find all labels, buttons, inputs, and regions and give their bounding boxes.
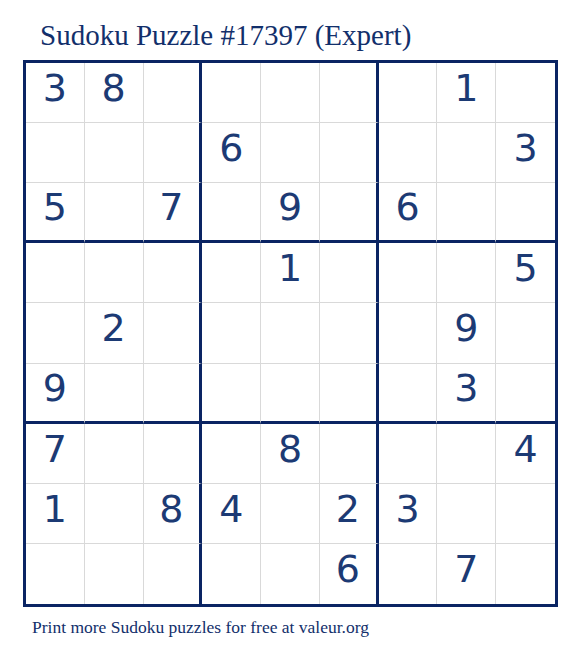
cell-r7c3 [144,424,203,484]
cell-r9c1 [26,544,85,604]
cell-r9c3 [144,544,203,604]
cell-r5c1 [26,303,85,363]
cell-r6c3 [144,364,203,424]
cell-r3c9 [496,183,555,243]
cell-r8c7: 3 [379,484,438,544]
sudoku-grid: 3816357961529937841842367 [23,60,558,607]
cell-r5c6 [320,303,379,363]
cell-r9c8: 7 [437,544,496,604]
cell-r8c5 [261,484,320,544]
cell-r1c1: 3 [26,63,85,123]
cell-r3c3: 7 [144,183,203,243]
page-title: Sudoku Puzzle #17397 (Expert) [40,20,411,52]
cell-r9c4 [202,544,261,604]
cell-r5c8: 9 [437,303,496,363]
footer-text: Print more Sudoku puzzles for free at va… [32,617,369,638]
cell-r3c8 [437,183,496,243]
cell-r1c3 [144,63,203,123]
cell-r1c5 [261,63,320,123]
cell-r1c2: 8 [85,63,144,123]
cell-r3c1: 5 [26,183,85,243]
cell-r4c2 [85,243,144,303]
cell-r5c7 [379,303,438,363]
cell-r2c7 [379,123,438,183]
cell-r8c9 [496,484,555,544]
cell-r6c1: 9 [26,364,85,424]
cell-r4c6 [320,243,379,303]
cell-r7c4 [202,424,261,484]
cell-r5c5 [261,303,320,363]
cell-r7c9: 4 [496,424,555,484]
cell-r9c5 [261,544,320,604]
cell-r1c6 [320,63,379,123]
cell-r1c8: 1 [437,63,496,123]
cell-r1c4 [202,63,261,123]
cell-r5c3 [144,303,203,363]
cell-r9c6: 6 [320,544,379,604]
cell-r7c7 [379,424,438,484]
cell-r7c6 [320,424,379,484]
cell-r1c9 [496,63,555,123]
cell-r4c7 [379,243,438,303]
cell-r5c9 [496,303,555,363]
cell-r5c2: 2 [85,303,144,363]
cell-r3c7: 6 [379,183,438,243]
cell-r1c7 [379,63,438,123]
cell-r6c6 [320,364,379,424]
cell-r8c6: 2 [320,484,379,544]
sudoku-page: Sudoku Puzzle #17397 (Expert) 3816357961… [0,0,580,651]
cell-r4c8 [437,243,496,303]
cell-r2c8 [437,123,496,183]
cell-r2c1 [26,123,85,183]
cell-r6c5 [261,364,320,424]
cell-r8c8 [437,484,496,544]
cell-r3c2 [85,183,144,243]
cell-r7c5: 8 [261,424,320,484]
cell-r4c4 [202,243,261,303]
cell-r3c6 [320,183,379,243]
cell-r9c9 [496,544,555,604]
cell-r6c7 [379,364,438,424]
cell-r9c7 [379,544,438,604]
cell-r6c4 [202,364,261,424]
cell-r2c4: 6 [202,123,261,183]
cell-r8c4: 4 [202,484,261,544]
cell-r4c1 [26,243,85,303]
cell-r4c5: 1 [261,243,320,303]
cell-r7c8 [437,424,496,484]
cell-r4c3 [144,243,203,303]
cell-r2c3 [144,123,203,183]
cell-r8c3: 8 [144,484,203,544]
cell-r2c6 [320,123,379,183]
cell-r6c8: 3 [437,364,496,424]
cell-r3c4 [202,183,261,243]
cell-r5c4 [202,303,261,363]
cell-r2c2 [85,123,144,183]
cell-r6c2 [85,364,144,424]
cell-r6c9 [496,364,555,424]
cell-r9c2 [85,544,144,604]
cell-r4c9: 5 [496,243,555,303]
cell-r3c5: 9 [261,183,320,243]
cell-r7c2 [85,424,144,484]
cell-r7c1: 7 [26,424,85,484]
cell-r8c2 [85,484,144,544]
cell-r2c9: 3 [496,123,555,183]
cell-r2c5 [261,123,320,183]
cell-r8c1: 1 [26,484,85,544]
